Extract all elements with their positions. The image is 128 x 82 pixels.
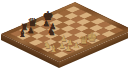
white-pawn-icon: ♟ (73, 42, 80, 50)
board-frame: ♚♟♛♟♜♟♞♝♚♟♛♟♟♟♞♟♝ (1, 2, 128, 62)
chess-set-photo: ♚♟♛♟♜♟♞♝♚♟♛♟♟♟♞♟♝ (0, 0, 128, 82)
black-bishop-icon: ♝ (18, 29, 27, 39)
white-bishop-icon: ♝ (50, 44, 59, 54)
white-queen-icon: ♛ (79, 35, 89, 46)
black-pawn-icon: ♟ (27, 27, 34, 35)
black-knight-icon: ♞ (47, 28, 55, 37)
chess-board: ♚♟♛♟♜♟♞♝♚♟♛♟♟♟♞♟♝ (1, 2, 128, 62)
white-pawn-icon: ♟ (65, 45, 72, 53)
